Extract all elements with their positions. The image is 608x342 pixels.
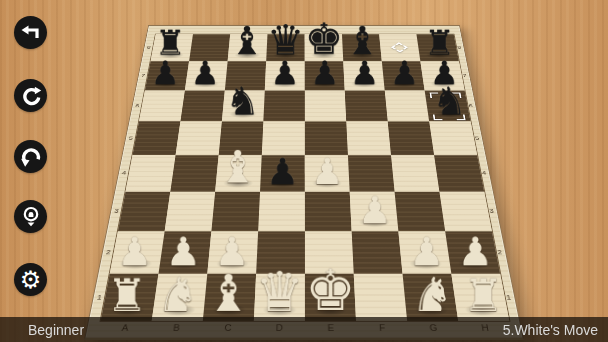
square-c4[interactable]: ♝: [215, 155, 262, 191]
square-f6[interactable]: [345, 90, 388, 121]
square-f5[interactable]: [346, 122, 391, 156]
square-d7[interactable]: ♟: [265, 61, 305, 90]
square-c6[interactable]: ♞: [222, 90, 265, 121]
square-h2[interactable]: ♟: [445, 231, 500, 274]
square-g6[interactable]: [385, 90, 430, 121]
chess-board-scene: 87654321 87654321 ABCDEFGH ♜♝♛♚♝♜♟♟♟♟♟♟♟…: [84, 0, 524, 340]
black-pawn-b7[interactable]: ♟: [185, 58, 225, 89]
square-a4[interactable]: [126, 155, 176, 191]
white-pawn-f3[interactable]: ♟: [352, 193, 399, 229]
square-a6[interactable]: [139, 90, 185, 121]
undo-button[interactable]: [14, 140, 47, 173]
black-knight-c6[interactable]: ♞: [222, 83, 263, 119]
white-knight-g1[interactable]: ♞: [407, 273, 458, 318]
square-d6[interactable]: [263, 90, 304, 121]
square-h5[interactable]: [429, 122, 477, 156]
white-rook-h1[interactable]: ♜: [458, 275, 509, 318]
chess-board[interactable]: 87654321 87654321 ABCDEFGH ♜♝♛♚♝♜♟♟♟♟♟♟♟…: [84, 25, 524, 340]
square-e1[interactable]: ♚: [305, 274, 356, 321]
square-a1[interactable]: ♜: [101, 274, 159, 321]
square-c8[interactable]: ♝: [228, 34, 268, 61]
square-g4[interactable]: [391, 155, 439, 191]
black-pawn-f7[interactable]: ♟: [345, 58, 385, 89]
white-queen-d1[interactable]: ♛: [254, 266, 305, 318]
black-pawn-d4[interactable]: ♟: [260, 155, 305, 189]
back-icon: [20, 22, 42, 44]
square-h6[interactable]: ♞: [425, 90, 471, 121]
square-g5[interactable]: [388, 122, 434, 156]
white-pawn-g2[interactable]: ♟: [402, 234, 451, 271]
gear-icon: ⚙: [20, 268, 42, 292]
black-bishop-c8[interactable]: ♝: [228, 23, 266, 60]
square-g3[interactable]: [395, 192, 446, 231]
rotate-redo-button[interactable]: [14, 79, 47, 112]
black-pawn-a7[interactable]: ♟: [145, 58, 185, 89]
square-f1[interactable]: [354, 274, 407, 321]
black-pawn-e7[interactable]: ♟: [305, 58, 345, 89]
white-pawn-b2[interactable]: ♟: [159, 234, 208, 271]
square-f3[interactable]: ♟: [350, 192, 399, 231]
white-rook-a1[interactable]: ♜: [101, 275, 152, 318]
square-h4[interactable]: [434, 155, 484, 191]
board-grid[interactable]: ♜♝♛♚♝♜♟♟♟♟♟♟♟♞♞♝♟♟♟♟♟♟♟♟♜♞♝♛♚♞♜: [101, 34, 510, 321]
white-bishop-c4[interactable]: ♝: [215, 147, 260, 189]
square-e3[interactable]: [305, 192, 352, 231]
square-f4[interactable]: [348, 155, 395, 191]
rotate-clockwise-icon: [20, 85, 42, 107]
move-indicator: 5.White's Move: [503, 322, 598, 338]
square-h3[interactable]: [439, 192, 491, 231]
square-d1[interactable]: ♛: [254, 274, 305, 321]
square-c1[interactable]: ♝: [203, 274, 256, 321]
white-king-e1[interactable]: ♚: [305, 264, 356, 318]
status-bar: Beginner 5.White's Move: [0, 317, 608, 342]
square-b6[interactable]: [180, 90, 224, 121]
last-move-origin-marker: [389, 42, 409, 54]
white-pawn-h2[interactable]: ♟: [451, 234, 500, 271]
white-pawn-e4[interactable]: ♟: [305, 155, 350, 189]
square-c3[interactable]: [211, 192, 260, 231]
square-e6[interactable]: [305, 90, 346, 121]
hint-button[interactable]: [14, 200, 47, 233]
square-d4[interactable]: ♟: [260, 155, 305, 191]
black-pawn-g7[interactable]: ♟: [384, 58, 424, 89]
difficulty-label: Beginner: [28, 322, 84, 338]
square-b4[interactable]: [170, 155, 218, 191]
back-button[interactable]: [14, 16, 47, 49]
white-bishop-c1[interactable]: ♝: [203, 269, 254, 317]
square-d3[interactable]: [258, 192, 305, 231]
black-pawn-d7[interactable]: ♟: [265, 58, 305, 89]
square-g1[interactable]: ♞: [403, 274, 459, 321]
square-b1[interactable]: ♞: [152, 274, 208, 321]
white-pawn-a2[interactable]: ♟: [110, 234, 159, 271]
square-a3[interactable]: [118, 192, 170, 231]
square-b3[interactable]: [165, 192, 216, 231]
square-f7[interactable]: ♟: [343, 61, 384, 90]
square-a7[interactable]: ♟: [145, 61, 189, 90]
settings-button[interactable]: ⚙: [14, 263, 47, 296]
square-a5[interactable]: [132, 122, 180, 156]
square-g7[interactable]: ♟: [382, 61, 425, 90]
white-knight-b1[interactable]: ♞: [152, 273, 203, 318]
square-e4[interactable]: ♟: [305, 155, 350, 191]
square-e7[interactable]: ♟: [305, 61, 345, 90]
hint-lightbulb-icon: [20, 206, 42, 228]
square-f2[interactable]: [352, 231, 403, 274]
undo-arrow-icon: [20, 146, 42, 168]
square-h1[interactable]: ♜: [451, 274, 509, 321]
